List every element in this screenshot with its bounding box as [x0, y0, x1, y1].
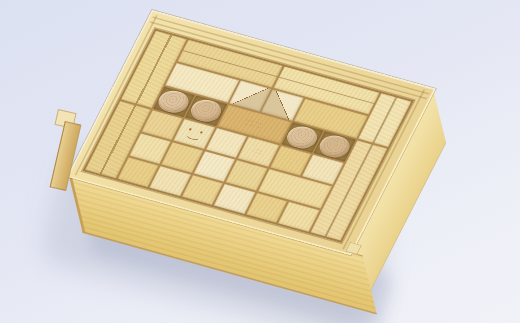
product-photo: ···· ······ ··· ·············· [0, 0, 520, 323]
